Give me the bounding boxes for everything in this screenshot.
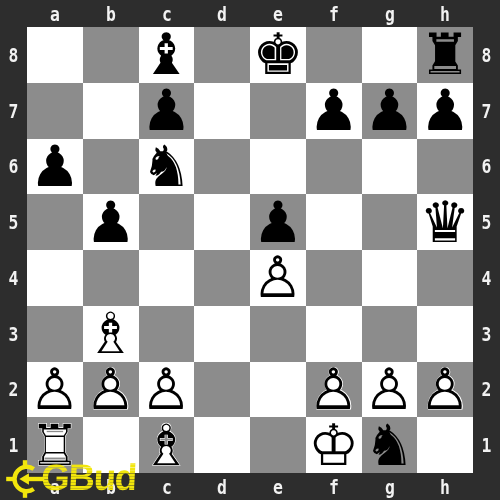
black-pawn[interactable]: ♟ bbox=[362, 83, 418, 139]
piece-glyph: ♟ bbox=[417, 83, 473, 139]
square-b7[interactable] bbox=[83, 83, 139, 139]
square-a8[interactable] bbox=[27, 27, 83, 83]
black-pawn[interactable]: ♟ bbox=[83, 194, 139, 250]
square-f7[interactable]: ♟ bbox=[306, 83, 362, 139]
black-pawn[interactable]: ♟ bbox=[27, 139, 83, 195]
square-g4[interactable] bbox=[362, 250, 418, 306]
piece-outline: ♙ bbox=[250, 250, 306, 306]
white-pawn[interactable]: ♟♙ bbox=[417, 362, 473, 418]
piece-glyph: ♞ bbox=[362, 417, 418, 473]
square-g2[interactable]: ♟♙ bbox=[362, 362, 418, 418]
rank-label-1: 1 bbox=[475, 417, 497, 473]
ggbud-logo-text: GBud bbox=[40, 459, 137, 499]
piece-glyph: ♜ bbox=[417, 27, 473, 83]
rank-label-3: 3 bbox=[2, 306, 24, 362]
square-a5[interactable] bbox=[27, 194, 83, 250]
square-f4[interactable] bbox=[306, 250, 362, 306]
rank-labels-right: 87654321 bbox=[473, 27, 500, 473]
square-d3[interactable] bbox=[194, 306, 250, 362]
piece-glyph: ♟ bbox=[27, 139, 83, 195]
square-c2[interactable]: ♟♙ bbox=[139, 362, 195, 418]
file-label-a: a bbox=[32, 0, 78, 27]
square-e5[interactable]: ♟ bbox=[250, 194, 306, 250]
piece-glyph: ♛ bbox=[417, 194, 473, 250]
piece-outline: ♔ bbox=[306, 417, 362, 473]
piece-outline: ♗ bbox=[139, 417, 195, 473]
piece-glyph: ♚ bbox=[250, 27, 306, 83]
piece-glyph: ♟ bbox=[83, 194, 139, 250]
square-f2[interactable]: ♟♙ bbox=[306, 362, 362, 418]
square-g3[interactable] bbox=[362, 306, 418, 362]
square-e6[interactable] bbox=[250, 139, 306, 195]
rank-label-8: 8 bbox=[475, 27, 497, 83]
square-d1[interactable] bbox=[194, 417, 250, 473]
black-bishop[interactable]: ♝ bbox=[139, 27, 195, 83]
square-a7[interactable] bbox=[27, 83, 83, 139]
piece-outline: ♙ bbox=[139, 362, 195, 418]
square-h6[interactable] bbox=[417, 139, 473, 195]
piece-outline: ♙ bbox=[362, 362, 418, 418]
black-queen[interactable]: ♛ bbox=[417, 194, 473, 250]
square-c1[interactable]: ♝♗ bbox=[139, 417, 195, 473]
black-rook[interactable]: ♜ bbox=[417, 27, 473, 83]
square-c8[interactable]: ♝ bbox=[139, 27, 195, 83]
square-f6[interactable] bbox=[306, 139, 362, 195]
black-knight[interactable]: ♞ bbox=[362, 417, 418, 473]
square-e2[interactable] bbox=[250, 362, 306, 418]
piece-glyph: ♟ bbox=[250, 194, 306, 250]
piece-glyph: ♟ bbox=[139, 83, 195, 139]
square-b8[interactable] bbox=[83, 27, 139, 83]
square-h8[interactable]: ♜ bbox=[417, 27, 473, 83]
square-b4[interactable] bbox=[83, 250, 139, 306]
rank-label-6: 6 bbox=[475, 139, 497, 195]
square-a4[interactable] bbox=[27, 250, 83, 306]
piece-glyph: ♞ bbox=[139, 139, 195, 195]
square-c5[interactable] bbox=[139, 194, 195, 250]
white-pawn[interactable]: ♟♙ bbox=[250, 250, 306, 306]
square-h1[interactable] bbox=[417, 417, 473, 473]
square-b2[interactable]: ♟♙ bbox=[83, 362, 139, 418]
white-pawn[interactable]: ♟♙ bbox=[27, 362, 83, 418]
square-f3[interactable] bbox=[306, 306, 362, 362]
rank-label-5: 5 bbox=[475, 194, 497, 250]
white-pawn[interactable]: ♟♙ bbox=[83, 362, 139, 418]
ggbud-logo[interactable]: GBud bbox=[4, 458, 136, 500]
black-pawn[interactable]: ♟ bbox=[306, 83, 362, 139]
black-king[interactable]: ♚ bbox=[250, 27, 306, 83]
square-e3[interactable] bbox=[250, 306, 306, 362]
file-label-d: d bbox=[199, 0, 245, 27]
square-h7[interactable]: ♟ bbox=[417, 83, 473, 139]
square-a6[interactable]: ♟ bbox=[27, 139, 83, 195]
square-g5[interactable] bbox=[362, 194, 418, 250]
file-label-g: g bbox=[367, 0, 413, 27]
square-d4[interactable] bbox=[194, 250, 250, 306]
rank-label-6: 6 bbox=[2, 139, 24, 195]
square-a3[interactable] bbox=[27, 306, 83, 362]
black-pawn[interactable]: ♟ bbox=[139, 83, 195, 139]
square-h3[interactable] bbox=[417, 306, 473, 362]
square-e4[interactable]: ♟♙ bbox=[250, 250, 306, 306]
black-pawn[interactable]: ♟ bbox=[250, 194, 306, 250]
square-d2[interactable] bbox=[194, 362, 250, 418]
square-h5[interactable]: ♛ bbox=[417, 194, 473, 250]
square-h2[interactable]: ♟♙ bbox=[417, 362, 473, 418]
square-c6[interactable]: ♞ bbox=[139, 139, 195, 195]
square-g1[interactable]: ♞ bbox=[362, 417, 418, 473]
white-pawn[interactable]: ♟♙ bbox=[306, 362, 362, 418]
rank-label-4: 4 bbox=[2, 250, 24, 306]
file-label-d: d bbox=[199, 473, 245, 500]
file-labels-top: abcdefgh bbox=[27, 0, 473, 27]
square-e7[interactable] bbox=[250, 83, 306, 139]
piece-outline: ♗ bbox=[83, 306, 139, 362]
board: ♝♚♜♟♟♟♟♟♞♟♟♛♟♙♝♗♟♙♟♙♟♙♟♙♟♙♟♙♜♖♝♗♚♔♞ bbox=[27, 27, 473, 473]
rank-label-4: 4 bbox=[475, 250, 497, 306]
square-g7[interactable]: ♟ bbox=[362, 83, 418, 139]
rank-label-8: 8 bbox=[2, 27, 24, 83]
square-e1[interactable] bbox=[250, 417, 306, 473]
square-f1[interactable]: ♚♔ bbox=[306, 417, 362, 473]
square-b3[interactable]: ♝♗ bbox=[83, 306, 139, 362]
piece-outline: ♙ bbox=[306, 362, 362, 418]
square-h4[interactable] bbox=[417, 250, 473, 306]
square-c3[interactable] bbox=[139, 306, 195, 362]
black-knight[interactable]: ♞ bbox=[139, 139, 195, 195]
square-c7[interactable]: ♟ bbox=[139, 83, 195, 139]
piece-glyph: ♟ bbox=[306, 83, 362, 139]
rank-label-3: 3 bbox=[475, 306, 497, 362]
square-b5[interactable]: ♟ bbox=[83, 194, 139, 250]
white-bishop[interactable]: ♝♗ bbox=[83, 306, 139, 362]
square-g8[interactable] bbox=[362, 27, 418, 83]
square-d5[interactable] bbox=[194, 194, 250, 250]
square-f8[interactable] bbox=[306, 27, 362, 83]
file-label-b: b bbox=[88, 0, 134, 27]
rank-label-2: 2 bbox=[2, 362, 24, 418]
square-e8[interactable]: ♚ bbox=[250, 27, 306, 83]
rank-label-7: 7 bbox=[475, 83, 497, 139]
piece-outline: ♙ bbox=[417, 362, 473, 418]
square-f5[interactable] bbox=[306, 194, 362, 250]
square-d7[interactable] bbox=[194, 83, 250, 139]
square-g6[interactable] bbox=[362, 139, 418, 195]
white-pawn[interactable]: ♟♙ bbox=[362, 362, 418, 418]
piece-outline: ♙ bbox=[27, 362, 83, 418]
file-label-e: e bbox=[255, 473, 301, 500]
rank-label-7: 7 bbox=[2, 83, 24, 139]
file-label-f: f bbox=[311, 0, 357, 27]
file-label-h: h bbox=[422, 473, 468, 500]
square-b6[interactable] bbox=[83, 139, 139, 195]
rank-labels-left: 87654321 bbox=[0, 27, 27, 473]
square-c4[interactable] bbox=[139, 250, 195, 306]
rank-label-2: 2 bbox=[475, 362, 497, 418]
board-frame: abcdefgh abcdefgh 87654321 87654321 ♝♚♜♟… bbox=[0, 0, 500, 500]
white-bishop[interactable]: ♝♗ bbox=[139, 417, 195, 473]
piece-glyph: ♟ bbox=[362, 83, 418, 139]
square-a2[interactable]: ♟♙ bbox=[27, 362, 83, 418]
white-pawn[interactable]: ♟♙ bbox=[139, 362, 195, 418]
black-pawn[interactable]: ♟ bbox=[417, 83, 473, 139]
square-d8[interactable] bbox=[194, 27, 250, 83]
white-king[interactable]: ♚♔ bbox=[306, 417, 362, 473]
rank-label-5: 5 bbox=[2, 194, 24, 250]
piece-glyph: ♝ bbox=[139, 27, 195, 83]
square-d6[interactable] bbox=[194, 139, 250, 195]
piece-outline: ♙ bbox=[83, 362, 139, 418]
